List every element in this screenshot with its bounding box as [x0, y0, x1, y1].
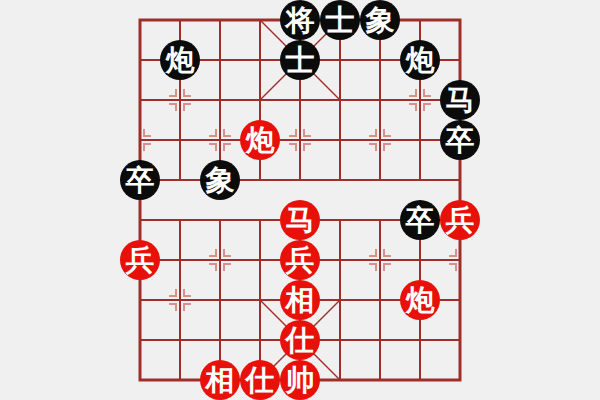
xiangqi-board[interactable]: 将士象炮士炮马炮卒卒象马卒兵兵兵相炮仕相仕帅: [120, 0, 480, 400]
piece-red-pawn[interactable]: 兵: [120, 240, 160, 280]
piece-red-advisor[interactable]: 仕: [280, 320, 320, 360]
piece-black-pawn[interactable]: 卒: [120, 160, 160, 200]
piece-red-elephant[interactable]: 相: [200, 360, 240, 400]
piece-black-advisor[interactable]: 士: [280, 40, 320, 80]
piece-black-pawn[interactable]: 卒: [400, 200, 440, 240]
piece-black-elephant[interactable]: 象: [200, 160, 240, 200]
piece-black-general[interactable]: 将: [280, 0, 320, 40]
piece-red-cannon[interactable]: 炮: [240, 120, 280, 160]
piece-black-cannon[interactable]: 炮: [160, 40, 200, 80]
piece-red-cannon[interactable]: 炮: [400, 280, 440, 320]
piece-red-horse[interactable]: 马: [280, 200, 320, 240]
piece-black-advisor[interactable]: 士: [320, 0, 360, 40]
piece-black-pawn[interactable]: 卒: [440, 120, 480, 160]
piece-red-pawn[interactable]: 兵: [440, 200, 480, 240]
pieces-layer: 将士象炮士炮马炮卒卒象马卒兵兵兵相炮仕相仕帅: [120, 0, 480, 400]
piece-black-elephant[interactable]: 象: [360, 0, 400, 40]
piece-red-elephant[interactable]: 相: [280, 280, 320, 320]
xiangqi-app: 将士象炮士炮马炮卒卒象马卒兵兵兵相炮仕相仕帅: [0, 0, 600, 400]
piece-black-cannon[interactable]: 炮: [400, 40, 440, 80]
piece-black-horse[interactable]: 马: [440, 80, 480, 120]
piece-red-advisor[interactable]: 仕: [240, 360, 280, 400]
piece-red-king[interactable]: 帅: [280, 360, 320, 400]
piece-red-pawn[interactable]: 兵: [280, 240, 320, 280]
